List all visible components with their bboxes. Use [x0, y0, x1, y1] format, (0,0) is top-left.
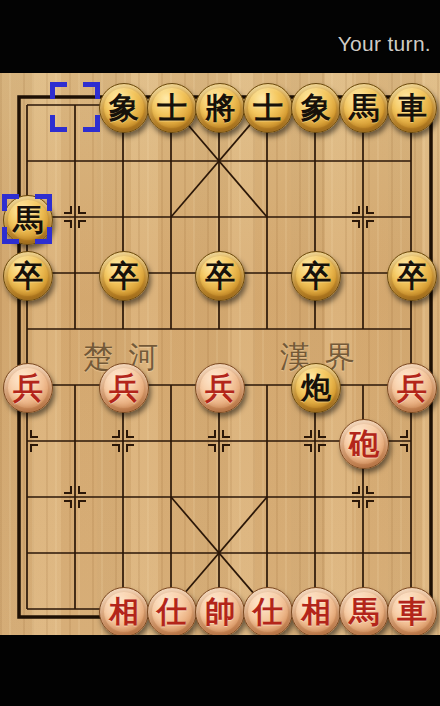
piece-red-cannon[interactable]: 砲	[339, 419, 389, 469]
piece-character: 車	[397, 84, 427, 132]
piece-character: 相	[109, 588, 139, 636]
piece-black-cannon[interactable]: 炮	[291, 363, 341, 413]
piece-red-chariot[interactable]: 車	[387, 587, 437, 637]
piece-red-soldier[interactable]: 兵	[99, 363, 149, 413]
app-screen: Your turn. 楚河 漢界 象士將士象馬車馬卒卒卒卒卒炮兵兵兵兵砲相仕帥仕…	[0, 0, 440, 706]
piece-black-horse[interactable]: 馬	[339, 83, 389, 133]
piece-character: 仕	[253, 588, 283, 636]
status-message: Your turn.	[338, 32, 431, 56]
piece-black-soldier[interactable]: 卒	[387, 251, 437, 301]
piece-black-elephant[interactable]: 象	[291, 83, 341, 133]
piece-character: 炮	[301, 364, 331, 412]
piece-character: 士	[157, 84, 187, 132]
piece-black-advisor[interactable]: 士	[243, 83, 293, 133]
bottom-bar	[0, 635, 440, 706]
xiangqi-board[interactable]: 楚河 漢界 象士將士象馬車馬卒卒卒卒卒炮兵兵兵兵砲相仕帥仕相馬車	[0, 73, 440, 635]
piece-black-chariot[interactable]: 車	[387, 83, 437, 133]
piece-character: 卒	[109, 252, 139, 300]
piece-character: 帥	[205, 588, 235, 636]
piece-character: 相	[301, 588, 331, 636]
piece-character: 兵	[13, 364, 43, 412]
piece-character: 仕	[157, 588, 187, 636]
piece-black-soldier[interactable]: 卒	[99, 251, 149, 301]
piece-character: 兵	[397, 364, 427, 412]
piece-character: 象	[301, 84, 331, 132]
piece-black-soldier[interactable]: 卒	[291, 251, 341, 301]
piece-red-elephant[interactable]: 相	[291, 587, 341, 637]
piece-black-soldier[interactable]: 卒	[195, 251, 245, 301]
piece-character: 卒	[13, 252, 43, 300]
piece-character: 兵	[205, 364, 235, 412]
piece-red-advisor[interactable]: 仕	[147, 587, 197, 637]
piece-character: 砲	[349, 420, 379, 468]
piece-character: 馬	[349, 84, 379, 132]
last-move-from-marker	[50, 82, 100, 132]
piece-character: 將	[205, 84, 235, 132]
piece-character: 兵	[109, 364, 139, 412]
piece-black-general[interactable]: 將	[195, 83, 245, 133]
board-grid-lines	[0, 73, 440, 635]
piece-character: 卒	[301, 252, 331, 300]
piece-red-general[interactable]: 帥	[195, 587, 245, 637]
piece-red-horse[interactable]: 馬	[339, 587, 389, 637]
piece-red-soldier[interactable]: 兵	[195, 363, 245, 413]
piece-character: 卒	[397, 252, 427, 300]
last-move-to-marker	[2, 194, 52, 244]
piece-red-elephant[interactable]: 相	[99, 587, 149, 637]
piece-character: 象	[109, 84, 139, 132]
piece-black-soldier[interactable]: 卒	[3, 251, 53, 301]
piece-red-soldier[interactable]: 兵	[387, 363, 437, 413]
piece-black-advisor[interactable]: 士	[147, 83, 197, 133]
piece-character: 士	[253, 84, 283, 132]
piece-character: 馬	[349, 588, 379, 636]
piece-character: 卒	[205, 252, 235, 300]
piece-red-soldier[interactable]: 兵	[3, 363, 53, 413]
piece-red-advisor[interactable]: 仕	[243, 587, 293, 637]
status-bar: Your turn.	[0, 0, 440, 73]
piece-character: 車	[397, 588, 427, 636]
piece-black-elephant[interactable]: 象	[99, 83, 149, 133]
